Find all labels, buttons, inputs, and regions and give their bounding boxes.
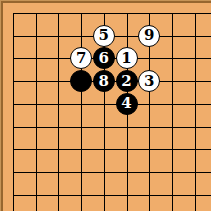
grid-vertical-line [195, 13, 196, 211]
stone-white-3: 3 [138, 70, 160, 92]
stone-white-5: 5 [93, 25, 115, 47]
stone-white-9: 9 [138, 25, 160, 47]
grid-horizontal-line [13, 127, 211, 128]
grid-horizontal-line [13, 195, 211, 196]
board-edge-top-border [0, 1, 211, 3]
grid-vertical-line [81, 13, 82, 211]
stone-black-4: 4 [116, 93, 138, 115]
grid-vertical-line [172, 13, 173, 211]
stone-white-1: 1 [116, 47, 138, 69]
grid-horizontal-line [13, 104, 211, 105]
stone-black-8: 8 [93, 70, 115, 92]
go-board: 123456789 [0, 0, 211, 211]
grid-horizontal-line [13, 149, 211, 150]
grid-vertical-line [13, 13, 14, 211]
stone-black-plain [70, 70, 92, 92]
board-edge-left-border [1, 1, 3, 211]
grid-vertical-line [58, 13, 59, 211]
stone-black-6: 6 [93, 47, 115, 69]
grid-horizontal-line [13, 172, 211, 173]
stone-black-2: 2 [116, 70, 138, 92]
grid-horizontal-line [13, 13, 211, 14]
stone-white-7: 7 [70, 47, 92, 69]
grid-vertical-line [36, 13, 37, 211]
